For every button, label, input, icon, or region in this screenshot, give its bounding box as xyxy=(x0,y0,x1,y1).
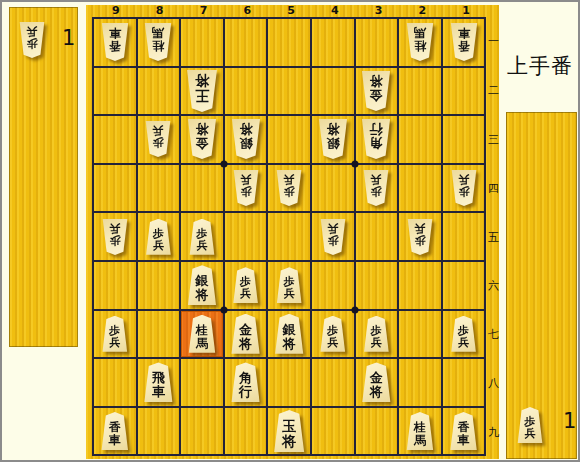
rank-label-8: 八 xyxy=(488,359,499,408)
square-1-9[interactable]: 香車 xyxy=(443,408,485,455)
gote-pawn[interactable]: 歩兵 xyxy=(362,170,390,206)
file-label-2: 2 xyxy=(400,5,444,17)
square-8-9[interactable] xyxy=(138,408,180,455)
square-4-3[interactable]: 銀将 xyxy=(312,116,354,163)
piece-face: 歩兵 xyxy=(144,121,172,157)
piece-kanji: 桂 xyxy=(196,324,208,337)
piece-face: 香車 xyxy=(449,412,479,450)
gote-knight[interactable]: 桂馬 xyxy=(143,23,173,61)
square-5-8[interactable] xyxy=(268,359,310,406)
gote-pawn[interactable]: 歩兵 xyxy=(319,219,347,255)
square-2-9[interactable]: 桂馬 xyxy=(399,408,441,455)
piece-kanji: 兵 xyxy=(414,222,425,234)
square-2-4[interactable] xyxy=(399,165,441,212)
file-label-4: 4 xyxy=(313,5,357,17)
piece-kanji: 将 xyxy=(239,122,252,136)
piece-face: 歩兵 xyxy=(319,219,347,255)
square-8-8[interactable]: 飛車 xyxy=(138,359,180,406)
square-6-6[interactable]: 歩兵 xyxy=(225,262,267,309)
star-point-3 xyxy=(221,306,228,313)
square-7-1[interactable] xyxy=(181,19,223,66)
piece-kanji: 兵 xyxy=(284,173,295,185)
square-3-4[interactable]: 歩兵 xyxy=(356,165,398,212)
piece-face: 王将 xyxy=(185,70,219,112)
piece-kanji: 歩 xyxy=(414,234,425,246)
gote-pawn[interactable]: 歩兵 xyxy=(406,219,434,255)
piece-kanji: 歩 xyxy=(109,234,120,246)
square-9-4[interactable] xyxy=(94,165,136,212)
square-9-7[interactable]: 歩兵 xyxy=(94,311,136,358)
piece-kanji: 兵 xyxy=(109,337,120,349)
square-8-3[interactable]: 歩兵 xyxy=(138,116,180,163)
piece-kanji: 飛 xyxy=(152,371,165,385)
sente-silver[interactable]: 銀将 xyxy=(186,265,218,305)
gote-pawn[interactable]: 歩兵 xyxy=(232,170,260,206)
piece-face: 角行 xyxy=(360,119,392,159)
square-7-9[interactable] xyxy=(181,408,223,455)
shogi-board: 香車桂馬桂馬香車王将金将歩兵金将銀将銀将角行歩兵歩兵歩兵歩兵歩兵歩兵歩兵歩兵歩兵… xyxy=(92,17,486,456)
square-6-7[interactable]: 金将 xyxy=(225,311,267,358)
square-9-3[interactable] xyxy=(94,116,136,163)
square-4-8[interactable] xyxy=(312,359,354,406)
piece-kanji: 馬 xyxy=(196,337,208,350)
piece-kanji: 銀 xyxy=(326,136,339,150)
piece-kanji: 金 xyxy=(370,371,383,385)
square-8-2[interactable] xyxy=(138,68,180,115)
gote-pawn[interactable]: 歩兵 xyxy=(18,22,46,58)
gote-gold[interactable]: 金将 xyxy=(186,119,218,159)
gote-pawn[interactable]: 歩兵 xyxy=(101,219,129,255)
piece-face: 歩兵 xyxy=(362,316,390,352)
square-7-7[interactable]: 桂馬 xyxy=(181,311,223,358)
piece-face: 歩兵 xyxy=(319,316,347,352)
piece-face: 歩兵 xyxy=(101,219,129,255)
piece-kanji: 将 xyxy=(326,122,339,136)
gote-bishop[interactable]: 角行 xyxy=(360,119,392,159)
square-9-2[interactable] xyxy=(94,68,136,115)
square-4-7[interactable]: 歩兵 xyxy=(312,311,354,358)
file-label-1: 1 xyxy=(444,5,488,17)
rank-label-7: 七 xyxy=(488,310,499,359)
star-point-1 xyxy=(221,160,228,167)
piece-face: 香車 xyxy=(100,23,130,61)
square-8-7[interactable] xyxy=(138,311,180,358)
piece-kanji: 桂 xyxy=(414,39,426,52)
piece-kanji: 車 xyxy=(109,434,121,447)
piece-face: 歩兵 xyxy=(101,316,129,352)
rank-label-2: 二 xyxy=(488,66,499,115)
gote-captured-count: 1 xyxy=(62,28,75,49)
rank-labels: 一二三四五六七八九 xyxy=(488,17,499,457)
piece-kanji: 兵 xyxy=(458,173,469,185)
gote-silver[interactable]: 銀将 xyxy=(317,119,349,159)
piece-kanji: 銀 xyxy=(195,274,208,288)
square-9-8[interactable] xyxy=(94,359,136,406)
square-7-8[interactable] xyxy=(181,359,223,406)
piece-kanji: 将 xyxy=(195,288,208,302)
piece-face: 歩兵 xyxy=(450,170,478,206)
sente-pawn[interactable]: 歩兵 xyxy=(232,267,260,303)
file-label-9: 9 xyxy=(94,5,138,17)
square-7-2[interactable]: 王将 xyxy=(181,68,223,115)
square-5-6[interactable]: 歩兵 xyxy=(268,262,310,309)
square-6-9[interactable] xyxy=(225,408,267,455)
star-point-2 xyxy=(352,160,359,167)
gote-gold[interactable]: 金将 xyxy=(360,71,392,111)
sente-gold[interactable]: 金将 xyxy=(230,314,262,354)
square-5-7[interactable]: 銀将 xyxy=(268,311,310,358)
piece-face: 歩兵 xyxy=(406,219,434,255)
gote-knight[interactable]: 桂馬 xyxy=(405,23,435,61)
square-1-6[interactable] xyxy=(443,262,485,309)
square-2-8[interactable] xyxy=(399,359,441,406)
square-6-4[interactable]: 歩兵 xyxy=(225,165,267,212)
piece-kanji: 馬 xyxy=(414,26,426,39)
square-8-4[interactable] xyxy=(138,165,180,212)
piece-kanji: 金 xyxy=(239,323,252,337)
piece-kanji: 行 xyxy=(239,385,252,399)
shogi-app-window: 歩兵 1 987654321 香車桂馬桂馬香車王将金将歩兵金将銀将銀将角行歩兵歩… xyxy=(0,0,580,462)
square-3-9[interactable] xyxy=(356,408,398,455)
square-9-1[interactable]: 香車 xyxy=(94,19,136,66)
square-4-6[interactable] xyxy=(312,262,354,309)
sente-captured-count: 1 xyxy=(563,411,576,432)
piece-face: 銀将 xyxy=(273,314,305,354)
piece-kanji: 兵 xyxy=(27,25,38,37)
square-4-9[interactable] xyxy=(312,408,354,455)
piece-kanji: 兵 xyxy=(458,337,469,349)
piece-kanji: 歩 xyxy=(153,228,164,240)
piece-face: 歩兵 xyxy=(450,316,478,352)
gote-king[interactable]: 王将 xyxy=(185,70,219,112)
piece-face: 歩兵 xyxy=(144,219,172,255)
square-3-6[interactable] xyxy=(356,262,398,309)
piece-kanji: 将 xyxy=(239,337,252,351)
piece-kanji: 将 xyxy=(282,434,296,449)
piece-kanji: 角 xyxy=(239,371,252,385)
piece-kanji: 歩 xyxy=(240,185,251,197)
sente-pawn[interactable]: 歩兵 xyxy=(450,316,478,352)
turn-indicator: 上手番 xyxy=(500,54,580,78)
file-label-3: 3 xyxy=(357,5,401,17)
piece-face: 玉将 xyxy=(272,410,306,452)
square-1-2[interactable] xyxy=(443,68,485,115)
piece-kanji: 兵 xyxy=(525,428,536,440)
piece-kanji: 将 xyxy=(283,337,296,351)
square-1-1[interactable]: 香車 xyxy=(443,19,485,66)
square-5-4[interactable]: 歩兵 xyxy=(268,165,310,212)
piece-kanji: 歩 xyxy=(284,185,295,197)
square-3-5[interactable] xyxy=(356,213,398,260)
piece-kanji: 将 xyxy=(370,385,383,399)
piece-kanji: 馬 xyxy=(414,434,426,447)
piece-kanji: 王 xyxy=(195,88,209,103)
file-label-8: 8 xyxy=(138,5,182,17)
square-1-4[interactable]: 歩兵 xyxy=(443,165,485,212)
piece-kanji: 玉 xyxy=(282,419,296,434)
piece-kanji: 兵 xyxy=(371,337,382,349)
square-8-6[interactable] xyxy=(138,262,180,309)
sente-pawn[interactable]: 歩兵 xyxy=(362,316,390,352)
file-labels: 987654321 xyxy=(94,5,488,17)
gote-captured-tray: 歩兵 1 xyxy=(9,7,78,347)
piece-kanji: 香 xyxy=(458,39,470,52)
square-2-6[interactable] xyxy=(399,262,441,309)
piece-face: 香車 xyxy=(449,23,479,61)
square-4-4[interactable] xyxy=(312,165,354,212)
square-4-2[interactable] xyxy=(312,68,354,115)
piece-kanji: 車 xyxy=(152,385,165,399)
piece-kanji: 歩 xyxy=(458,185,469,197)
piece-kanji: 将 xyxy=(195,122,208,136)
gote-silver[interactable]: 銀将 xyxy=(230,119,262,159)
rank-label-9: 九 xyxy=(488,408,499,457)
piece-face: 歩兵 xyxy=(516,407,544,443)
sente-bishop[interactable]: 角行 xyxy=(230,362,262,402)
piece-kanji: 香 xyxy=(109,39,121,52)
square-4-5[interactable]: 歩兵 xyxy=(312,213,354,260)
piece-kanji: 兵 xyxy=(284,288,295,300)
sente-lance[interactable]: 香車 xyxy=(100,412,130,450)
gote-lance[interactable]: 香車 xyxy=(100,23,130,61)
square-1-7[interactable]: 歩兵 xyxy=(443,311,485,358)
file-label-7: 7 xyxy=(182,5,226,17)
square-3-2[interactable]: 金将 xyxy=(356,68,398,115)
square-7-4[interactable] xyxy=(181,165,223,212)
rank-label-3: 三 xyxy=(488,115,499,164)
square-2-7[interactable] xyxy=(399,311,441,358)
piece-face: 歩兵 xyxy=(362,170,390,206)
piece-face: 金将 xyxy=(360,362,392,402)
file-label-5: 5 xyxy=(269,5,313,17)
piece-kanji: 歩 xyxy=(327,234,338,246)
gote-lance[interactable]: 香車 xyxy=(449,23,479,61)
sente-knight[interactable]: 桂馬 xyxy=(405,412,435,450)
gote-captured-slot[interactable]: 歩兵 xyxy=(18,22,46,58)
square-2-1[interactable]: 桂馬 xyxy=(399,19,441,66)
piece-kanji: 歩 xyxy=(196,228,207,240)
square-7-5[interactable]: 歩兵 xyxy=(181,213,223,260)
square-2-5[interactable]: 歩兵 xyxy=(399,213,441,260)
piece-face: 歩兵 xyxy=(18,22,46,58)
square-8-5[interactable]: 歩兵 xyxy=(138,213,180,260)
piece-face: 桂馬 xyxy=(187,315,217,353)
square-3-3[interactable]: 角行 xyxy=(356,116,398,163)
piece-kanji: 兵 xyxy=(327,337,338,349)
piece-face: 歩兵 xyxy=(188,219,216,255)
piece-face: 桂馬 xyxy=(143,23,173,61)
piece-face: 歩兵 xyxy=(232,170,260,206)
piece-face: 金将 xyxy=(360,71,392,111)
square-6-8[interactable]: 角行 xyxy=(225,359,267,406)
piece-face: 歩兵 xyxy=(275,267,303,303)
piece-kanji: 歩 xyxy=(153,136,164,148)
square-6-5[interactable] xyxy=(225,213,267,260)
gote-pawn[interactable]: 歩兵 xyxy=(450,170,478,206)
piece-kanji: 車 xyxy=(109,26,121,39)
sente-silver[interactable]: 銀将 xyxy=(273,314,305,354)
piece-face: 銀将 xyxy=(317,119,349,159)
piece-kanji: 将 xyxy=(195,73,209,88)
square-1-3[interactable] xyxy=(443,116,485,163)
piece-face: 桂馬 xyxy=(405,23,435,61)
piece-kanji: 兵 xyxy=(153,124,164,136)
shogi-board-block: 987654321 香車桂馬桂馬香車王将金将歩兵金将銀将銀将角行歩兵歩兵歩兵歩兵… xyxy=(86,5,499,459)
square-9-6[interactable] xyxy=(94,262,136,309)
file-label-6: 6 xyxy=(225,5,269,17)
sente-knight[interactable]: 桂馬 xyxy=(187,315,217,353)
star-point-4 xyxy=(352,306,359,313)
piece-kanji: 兵 xyxy=(327,222,338,234)
sente-lance[interactable]: 香車 xyxy=(449,412,479,450)
sente-pawn[interactable]: 歩兵 xyxy=(144,219,172,255)
piece-kanji: 行 xyxy=(370,122,383,136)
square-6-1[interactable] xyxy=(225,19,267,66)
piece-face: 歩兵 xyxy=(275,170,303,206)
piece-kanji: 兵 xyxy=(153,240,164,252)
square-2-2[interactable] xyxy=(399,68,441,115)
piece-face: 飛車 xyxy=(142,362,174,402)
piece-kanji: 金 xyxy=(370,88,383,102)
square-1-5[interactable] xyxy=(443,213,485,260)
piece-kanji: 将 xyxy=(370,74,383,88)
square-5-3[interactable] xyxy=(268,116,310,163)
sente-pawn[interactable]: 歩兵 xyxy=(275,267,303,303)
square-4-1[interactable] xyxy=(312,19,354,66)
piece-kanji: 車 xyxy=(458,26,470,39)
piece-kanji: 歩 xyxy=(27,37,38,49)
piece-kanji: 角 xyxy=(370,136,383,150)
sente-pawn[interactable]: 歩兵 xyxy=(188,219,216,255)
square-7-6[interactable]: 銀将 xyxy=(181,262,223,309)
piece-kanji: 馬 xyxy=(152,26,164,39)
piece-face: 銀将 xyxy=(186,265,218,305)
piece-kanji: 兵 xyxy=(196,240,207,252)
square-9-5[interactable]: 歩兵 xyxy=(94,213,136,260)
rank-label-5: 五 xyxy=(488,213,499,262)
sente-king[interactable]: 玉将 xyxy=(272,410,306,452)
piece-kanji: 兵 xyxy=(240,288,251,300)
square-1-8[interactable] xyxy=(443,359,485,406)
square-5-5[interactable] xyxy=(268,213,310,260)
square-5-2[interactable] xyxy=(268,68,310,115)
piece-face: 銀将 xyxy=(230,119,262,159)
square-8-1[interactable]: 桂馬 xyxy=(138,19,180,66)
piece-face: 桂馬 xyxy=(405,412,435,450)
piece-face: 香車 xyxy=(100,412,130,450)
piece-face: 金将 xyxy=(230,314,262,354)
square-6-2[interactable] xyxy=(225,68,267,115)
square-5-1[interactable] xyxy=(268,19,310,66)
sente-pawn[interactable]: 歩兵 xyxy=(101,316,129,352)
gote-pawn[interactable]: 歩兵 xyxy=(144,121,172,157)
square-9-9[interactable]: 香車 xyxy=(94,408,136,455)
square-3-8[interactable]: 金将 xyxy=(356,359,398,406)
piece-kanji: 金 xyxy=(195,136,208,150)
square-6-3[interactable]: 銀将 xyxy=(225,116,267,163)
rank-label-6: 六 xyxy=(488,261,499,310)
square-3-1[interactable] xyxy=(356,19,398,66)
piece-face: 金将 xyxy=(186,119,218,159)
piece-kanji: 銀 xyxy=(283,323,296,337)
square-7-3[interactable]: 金将 xyxy=(181,116,223,163)
piece-kanji: 銀 xyxy=(239,136,252,150)
square-2-3[interactable] xyxy=(399,116,441,163)
sente-pawn[interactable]: 歩兵 xyxy=(516,407,544,443)
piece-kanji: 兵 xyxy=(371,173,382,185)
gote-pawn[interactable]: 歩兵 xyxy=(275,170,303,206)
sente-rook[interactable]: 飛車 xyxy=(142,362,174,402)
square-5-9[interactable]: 玉将 xyxy=(268,408,310,455)
piece-face: 歩兵 xyxy=(232,267,260,303)
sente-pawn[interactable]: 歩兵 xyxy=(319,316,347,352)
sente-gold[interactable]: 金将 xyxy=(360,362,392,402)
rank-label-4: 四 xyxy=(488,164,499,213)
sente-captured-slot[interactable]: 歩兵 xyxy=(516,407,544,443)
piece-kanji: 桂 xyxy=(152,39,164,52)
piece-kanji: 歩 xyxy=(371,185,382,197)
piece-kanji: 兵 xyxy=(240,173,251,185)
square-3-7[interactable]: 歩兵 xyxy=(356,311,398,358)
piece-face: 角行 xyxy=(230,362,262,402)
sente-captured-tray: 歩兵 1 xyxy=(506,112,577,459)
piece-kanji: 車 xyxy=(458,434,470,447)
rank-label-1: 一 xyxy=(488,17,499,66)
piece-kanji: 兵 xyxy=(109,222,120,234)
